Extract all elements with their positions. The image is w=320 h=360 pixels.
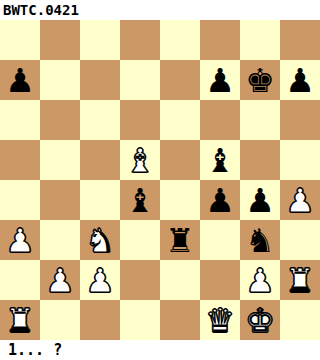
square-g1[interactable]: ♚ <box>240 300 280 340</box>
square-a1[interactable]: ♜ <box>0 300 40 340</box>
square-a3[interactable]: ♟ <box>0 220 40 260</box>
black-pawn: ♟ <box>285 64 315 97</box>
square-g5[interactable] <box>240 140 280 180</box>
black-rook: ♜ <box>165 224 195 257</box>
square-d4[interactable]: ♝ <box>120 180 160 220</box>
black-knight: ♞ <box>245 224 275 257</box>
square-f5[interactable]: ♝ <box>200 140 240 180</box>
white-bishop: ♝ <box>125 144 155 177</box>
square-b7[interactable] <box>40 60 80 100</box>
square-d7[interactable] <box>120 60 160 100</box>
square-f8[interactable] <box>200 20 240 60</box>
square-g7[interactable]: ♚ <box>240 60 280 100</box>
square-f2[interactable] <box>200 260 240 300</box>
square-a7[interactable]: ♟ <box>0 60 40 100</box>
diagram-title: BWTC.0421 <box>0 0 320 20</box>
chess-diagram-page: BWTC.0421 ♟♟♚♟♝♝♝♟♟♟♟♞♜♞♟♟♟♜♜♛♚ 1... ? <box>0 0 320 360</box>
square-d8[interactable] <box>120 20 160 60</box>
square-a5[interactable] <box>0 140 40 180</box>
black-bishop: ♝ <box>125 184 155 217</box>
square-b8[interactable] <box>40 20 80 60</box>
square-g2[interactable]: ♟ <box>240 260 280 300</box>
square-e1[interactable] <box>160 300 200 340</box>
square-d5[interactable]: ♝ <box>120 140 160 180</box>
square-d2[interactable] <box>120 260 160 300</box>
square-c1[interactable] <box>80 300 120 340</box>
square-g8[interactable] <box>240 20 280 60</box>
white-pawn: ♟ <box>285 184 315 217</box>
square-c8[interactable] <box>80 20 120 60</box>
black-pawn: ♟ <box>245 184 275 217</box>
square-c7[interactable] <box>80 60 120 100</box>
square-h1[interactable] <box>280 300 320 340</box>
black-pawn: ♟ <box>205 64 235 97</box>
white-king: ♚ <box>245 304 275 337</box>
white-pawn: ♟ <box>85 264 115 297</box>
square-e6[interactable] <box>160 100 200 140</box>
white-rook: ♜ <box>285 264 315 297</box>
move-prompt: 1... ? <box>0 340 320 360</box>
square-e7[interactable] <box>160 60 200 100</box>
square-c3[interactable]: ♞ <box>80 220 120 260</box>
chess-board: ♟♟♚♟♝♝♝♟♟♟♟♞♜♞♟♟♟♜♜♛♚ <box>0 20 320 340</box>
square-c5[interactable] <box>80 140 120 180</box>
square-f1[interactable]: ♛ <box>200 300 240 340</box>
black-king: ♚ <box>245 64 275 97</box>
square-d3[interactable] <box>120 220 160 260</box>
square-f6[interactable] <box>200 100 240 140</box>
black-bishop: ♝ <box>205 144 235 177</box>
square-f3[interactable] <box>200 220 240 260</box>
square-d6[interactable] <box>120 100 160 140</box>
square-c4[interactable] <box>80 180 120 220</box>
square-h2[interactable]: ♜ <box>280 260 320 300</box>
square-c6[interactable] <box>80 100 120 140</box>
square-h5[interactable] <box>280 140 320 180</box>
square-b6[interactable] <box>40 100 80 140</box>
square-f7[interactable]: ♟ <box>200 60 240 100</box>
square-a4[interactable] <box>0 180 40 220</box>
square-f4[interactable]: ♟ <box>200 180 240 220</box>
square-g6[interactable] <box>240 100 280 140</box>
square-b4[interactable] <box>40 180 80 220</box>
white-pawn: ♟ <box>45 264 75 297</box>
square-b2[interactable]: ♟ <box>40 260 80 300</box>
square-e8[interactable] <box>160 20 200 60</box>
square-e4[interactable] <box>160 180 200 220</box>
black-pawn: ♟ <box>205 184 235 217</box>
square-b3[interactable] <box>40 220 80 260</box>
square-h3[interactable] <box>280 220 320 260</box>
square-e5[interactable] <box>160 140 200 180</box>
square-h6[interactable] <box>280 100 320 140</box>
square-g4[interactable]: ♟ <box>240 180 280 220</box>
square-c2[interactable]: ♟ <box>80 260 120 300</box>
white-pawn: ♟ <box>5 224 35 257</box>
square-b1[interactable] <box>40 300 80 340</box>
square-a6[interactable] <box>0 100 40 140</box>
square-e2[interactable] <box>160 260 200 300</box>
white-rook: ♜ <box>5 304 35 337</box>
white-queen: ♛ <box>205 304 235 337</box>
square-h8[interactable] <box>280 20 320 60</box>
square-d1[interactable] <box>120 300 160 340</box>
square-a2[interactable] <box>0 260 40 300</box>
square-g3[interactable]: ♞ <box>240 220 280 260</box>
white-pawn: ♟ <box>245 264 275 297</box>
square-e3[interactable]: ♜ <box>160 220 200 260</box>
square-h4[interactable]: ♟ <box>280 180 320 220</box>
square-b5[interactable] <box>40 140 80 180</box>
square-a8[interactable] <box>0 20 40 60</box>
square-h7[interactable]: ♟ <box>280 60 320 100</box>
black-pawn: ♟ <box>5 64 35 97</box>
white-knight: ♞ <box>85 224 115 257</box>
